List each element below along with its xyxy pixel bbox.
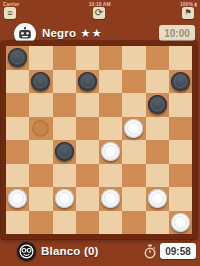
board-square-d7[interactable] [76,70,99,94]
board-square-f3[interactable] [122,164,145,188]
player-name-black: Negro [42,27,76,39]
board-square-c3[interactable] [53,164,76,188]
board-square-f7[interactable] [122,70,145,94]
board-square-g1[interactable] [146,211,169,235]
board-square-d4[interactable] [76,140,99,164]
black-man-h7[interactable] [171,72,190,91]
move-hint-circle[interactable] [32,120,49,137]
flag-icon: ⚑ [184,9,191,17]
white-man-g2[interactable] [148,189,167,208]
menu-button[interactable]: ≡ [4,7,16,19]
board-square-a7[interactable] [6,70,29,94]
restart-button[interactable]: ⟳ [93,7,105,19]
board-square-c6[interactable] [53,93,76,117]
board-square-g3[interactable] [146,164,169,188]
human-avatar [17,242,36,261]
board-square-f4[interactable] [122,140,145,164]
board-square-e2[interactable] [99,187,122,211]
board-square-h3[interactable] [169,164,192,188]
black-man-d7[interactable] [78,72,97,91]
bottom-player-name: Blanco (0) [41,245,99,257]
board-square-h7[interactable] [169,70,192,94]
board-square-b5[interactable] [29,117,52,141]
board-square-f6[interactable] [122,93,145,117]
white-man-e4[interactable] [101,142,120,161]
board-square-a1[interactable] [6,211,29,235]
white-timer: 09:58 [160,243,196,259]
board-square-c2[interactable] [53,187,76,211]
white-man-h1[interactable] [171,213,190,232]
stopwatch-icon [144,244,156,259]
board-square-e6[interactable] [99,93,122,117]
board-frame [1,41,197,239]
board-square-c7[interactable] [53,70,76,94]
board-square-g6[interactable] [146,93,169,117]
board-square-h4[interactable] [169,140,192,164]
board-square-b4[interactable] [29,140,52,164]
board-square-d8[interactable] [76,46,99,70]
board-square-g2[interactable] [146,187,169,211]
face-icon [19,244,34,259]
board-square-a3[interactable] [6,164,29,188]
board-square-d3[interactable] [76,164,99,188]
board-square-a5[interactable] [6,117,29,141]
menu-icon: ≡ [7,9,12,18]
white-man-a2[interactable] [8,189,27,208]
checkers-app: Carrier 10:18 AM 100% ▮ ≡ ⟳ ⚑ Negro★★ 10… [0,0,200,266]
board-square-e7[interactable] [99,70,122,94]
board-square-h2[interactable] [169,187,192,211]
board-square-b1[interactable] [29,211,52,235]
board-square-h5[interactable] [169,117,192,141]
board-square-a8[interactable] [6,46,29,70]
board-square-d1[interactable] [76,211,99,235]
board-square-b8[interactable] [29,46,52,70]
black-man-c4[interactable] [55,142,74,161]
checkers-board[interactable] [6,46,192,234]
board-square-a6[interactable] [6,93,29,117]
resign-flag-button[interactable]: ⚑ [182,7,194,19]
board-square-g8[interactable] [146,46,169,70]
board-square-d5[interactable] [76,117,99,141]
board-square-c4[interactable] [53,140,76,164]
bottom-player-bar: Blanco (0) 09:58 [0,239,200,266]
black-man-a8[interactable] [8,48,27,67]
board-square-c1[interactable] [53,211,76,235]
board-square-f8[interactable] [122,46,145,70]
board-square-e3[interactable] [99,164,122,188]
board-square-b2[interactable] [29,187,52,211]
board-square-f2[interactable] [122,187,145,211]
white-man-e2[interactable] [101,189,120,208]
black-man-b7[interactable] [31,72,50,91]
board-square-f1[interactable] [122,211,145,235]
board-square-a2[interactable] [6,187,29,211]
white-man-c2[interactable] [55,189,74,208]
black-man-g6[interactable] [148,95,167,114]
board-square-e4[interactable] [99,140,122,164]
board-square-f5[interactable] [122,117,145,141]
board-square-h8[interactable] [169,46,192,70]
board-square-c8[interactable] [53,46,76,70]
board-square-e8[interactable] [99,46,122,70]
difficulty-stars: ★★ [80,27,103,39]
black-timer: 10:00 [159,25,195,41]
board-square-e5[interactable] [99,117,122,141]
board-square-d2[interactable] [76,187,99,211]
top-player-name: Negro★★ [42,26,103,40]
board-square-b3[interactable] [29,164,52,188]
board-square-c5[interactable] [53,117,76,141]
board-square-h1[interactable] [169,211,192,235]
board-square-d6[interactable] [76,93,99,117]
board-square-h6[interactable] [169,93,192,117]
board-square-g4[interactable] [146,140,169,164]
white-man-f5[interactable] [124,119,143,138]
robot-icon [18,27,32,41]
restart-icon: ⟳ [95,8,103,18]
board-square-g7[interactable] [146,70,169,94]
board-square-b7[interactable] [29,70,52,94]
board-square-e1[interactable] [99,211,122,235]
board-square-g5[interactable] [146,117,169,141]
board-square-a4[interactable] [6,140,29,164]
board-square-b6[interactable] [29,93,52,117]
